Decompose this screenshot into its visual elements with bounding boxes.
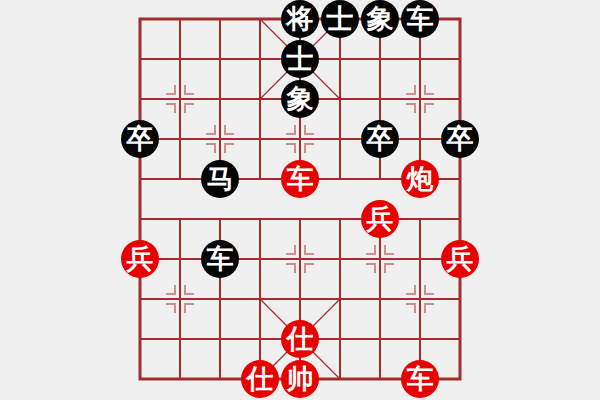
piece-red-advisor[interactable]: 仕 (241, 360, 279, 398)
piece-glyph: 士 (287, 40, 314, 78)
piece-black-chariot[interactable]: 车 (401, 0, 439, 38)
xiangqi-piece-grid: 将士象车士象卒卒卒马车炮兵兵车兵仕仕帅车 (120, 0, 480, 399)
piece-black-elephant[interactable]: 象 (281, 80, 319, 118)
piece-glyph: 卒 (367, 120, 394, 158)
piece-black-advisor[interactable]: 士 (281, 40, 319, 78)
piece-black-elephant[interactable]: 象 (361, 0, 399, 38)
piece-glyph: 卒 (447, 120, 474, 158)
piece-red-pawn[interactable]: 兵 (441, 240, 479, 278)
piece-black-chariot[interactable]: 车 (201, 240, 239, 278)
piece-glyph: 兵 (447, 240, 474, 278)
xiangqi-app: 将士象车士象卒卒卒马车炮兵兵车兵仕仕帅车 (0, 0, 600, 400)
piece-glyph: 仕 (287, 320, 314, 358)
piece-black-horse[interactable]: 马 (201, 160, 239, 198)
piece-red-chariot[interactable]: 车 (401, 360, 439, 398)
piece-glyph: 马 (207, 160, 234, 198)
piece-glyph: 将 (287, 0, 314, 38)
piece-red-pawn[interactable]: 兵 (121, 240, 159, 278)
piece-glyph: 车 (407, 0, 434, 38)
piece-red-cannon[interactable]: 炮 (401, 160, 439, 198)
piece-glyph: 车 (287, 160, 314, 198)
piece-black-pawn[interactable]: 卒 (361, 120, 399, 158)
piece-black-advisor[interactable]: 士 (321, 0, 359, 38)
piece-red-pawn[interactable]: 兵 (361, 200, 399, 238)
piece-glyph: 帅 (287, 360, 314, 398)
piece-glyph: 炮 (407, 160, 434, 198)
piece-glyph: 象 (367, 0, 394, 38)
piece-glyph: 兵 (127, 240, 154, 278)
piece-black-pawn[interactable]: 卒 (441, 120, 479, 158)
piece-glyph: 车 (407, 360, 434, 398)
piece-black-general[interactable]: 将 (281, 0, 319, 38)
piece-red-advisor[interactable]: 仕 (281, 320, 319, 358)
piece-red-general[interactable]: 帅 (281, 360, 319, 398)
piece-black-pawn[interactable]: 卒 (121, 120, 159, 158)
piece-glyph: 象 (287, 80, 314, 118)
piece-glyph: 卒 (127, 120, 154, 158)
piece-red-chariot[interactable]: 车 (281, 160, 319, 198)
piece-glyph: 仕 (247, 360, 274, 398)
piece-glyph: 兵 (367, 200, 394, 238)
piece-glyph: 士 (327, 0, 354, 38)
piece-glyph: 车 (207, 240, 234, 278)
